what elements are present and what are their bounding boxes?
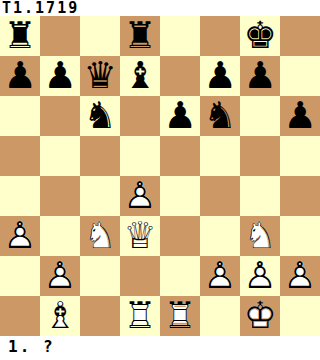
square-c6[interactable]: ♞: [80, 96, 120, 136]
piece-white-knight: ♞♘: [240, 216, 280, 256]
square-e1[interactable]: ♜♖: [160, 296, 200, 336]
square-g4[interactable]: [240, 176, 280, 216]
square-d5[interactable]: [120, 136, 160, 176]
square-b4[interactable]: [40, 176, 80, 216]
black-piece-glyph: ♜: [120, 16, 160, 56]
square-a4[interactable]: [0, 176, 40, 216]
black-piece-glyph: ♟: [160, 96, 200, 136]
black-piece-glyph: ♟: [280, 96, 320, 136]
square-c3[interactable]: ♞♘: [80, 216, 120, 256]
square-d8[interactable]: ♜: [120, 16, 160, 56]
square-b2[interactable]: ♟♙: [40, 256, 80, 296]
square-e5[interactable]: [160, 136, 200, 176]
square-f7[interactable]: ♟: [200, 56, 240, 96]
piece-white-pawn: ♟♙: [40, 256, 80, 296]
white-piece-outline: ♙: [0, 216, 40, 256]
move-prompt-label: 1. ?: [0, 336, 320, 358]
black-piece-glyph: ♟: [200, 56, 240, 96]
piece-white-rook: ♜♖: [120, 296, 160, 336]
piece-black-pawn: ♟: [40, 56, 80, 96]
square-f2[interactable]: ♟♙: [200, 256, 240, 296]
piece-white-queen: ♛♕: [120, 216, 160, 256]
piece-black-pawn: ♟: [160, 96, 200, 136]
white-piece-outline: ♙: [280, 256, 320, 296]
square-e8[interactable]: [160, 16, 200, 56]
square-c8[interactable]: [80, 16, 120, 56]
square-b1[interactable]: ♝♗: [40, 296, 80, 336]
square-g8[interactable]: ♚: [240, 16, 280, 56]
square-h4[interactable]: [280, 176, 320, 216]
square-h7[interactable]: [280, 56, 320, 96]
black-piece-glyph: ♞: [80, 96, 120, 136]
square-f8[interactable]: [200, 16, 240, 56]
white-piece-outline: ♖: [160, 296, 200, 336]
square-g7[interactable]: ♟: [240, 56, 280, 96]
square-g2[interactable]: ♟♙: [240, 256, 280, 296]
piece-black-knight: ♞: [80, 96, 120, 136]
square-a7[interactable]: ♟: [0, 56, 40, 96]
square-b5[interactable]: [40, 136, 80, 176]
square-h8[interactable]: [280, 16, 320, 56]
white-piece-outline: ♙: [200, 256, 240, 296]
square-c2[interactable]: [80, 256, 120, 296]
square-a1[interactable]: [0, 296, 40, 336]
black-piece-glyph: ♟: [40, 56, 80, 96]
square-d3[interactable]: ♛♕: [120, 216, 160, 256]
piece-black-pawn: ♟: [200, 56, 240, 96]
white-piece-outline: ♙: [240, 256, 280, 296]
square-c5[interactable]: [80, 136, 120, 176]
piece-black-knight: ♞: [200, 96, 240, 136]
square-a3[interactable]: ♟♙: [0, 216, 40, 256]
square-g6[interactable]: [240, 96, 280, 136]
square-c1[interactable]: [80, 296, 120, 336]
square-e6[interactable]: ♟: [160, 96, 200, 136]
square-d2[interactable]: [120, 256, 160, 296]
square-h5[interactable]: [280, 136, 320, 176]
black-piece-glyph: ♟: [240, 56, 280, 96]
black-piece-glyph: ♛: [80, 56, 120, 96]
piece-white-king: ♚♔: [240, 296, 280, 336]
black-piece-glyph: ♚: [240, 16, 280, 56]
piece-white-pawn: ♟♙: [120, 176, 160, 216]
square-e7[interactable]: [160, 56, 200, 96]
square-g5[interactable]: [240, 136, 280, 176]
square-c4[interactable]: [80, 176, 120, 216]
square-f5[interactable]: [200, 136, 240, 176]
square-a2[interactable]: [0, 256, 40, 296]
square-d4[interactable]: ♟♙: [120, 176, 160, 216]
square-b7[interactable]: ♟: [40, 56, 80, 96]
white-piece-outline: ♕: [120, 216, 160, 256]
piece-white-pawn: ♟♙: [240, 256, 280, 296]
white-piece-outline: ♘: [80, 216, 120, 256]
square-e4[interactable]: [160, 176, 200, 216]
black-piece-glyph: ♝: [120, 56, 160, 96]
square-h6[interactable]: ♟: [280, 96, 320, 136]
piece-black-rook: ♜: [0, 16, 40, 56]
piece-black-king: ♚: [240, 16, 280, 56]
piece-white-pawn: ♟♙: [280, 256, 320, 296]
square-a6[interactable]: [0, 96, 40, 136]
square-e3[interactable]: [160, 216, 200, 256]
square-h2[interactable]: ♟♙: [280, 256, 320, 296]
footer-bar: 1. ?: [0, 336, 320, 360]
piece-black-queen: ♛: [80, 56, 120, 96]
square-a8[interactable]: ♜: [0, 16, 40, 56]
square-h1[interactable]: [280, 296, 320, 336]
piece-white-bishop: ♝♗: [40, 296, 80, 336]
square-f4[interactable]: [200, 176, 240, 216]
piece-white-rook: ♜♖: [160, 296, 200, 336]
white-piece-outline: ♙: [120, 176, 160, 216]
square-b8[interactable]: [40, 16, 80, 56]
piece-white-pawn: ♟♙: [200, 256, 240, 296]
piece-black-pawn: ♟: [240, 56, 280, 96]
black-piece-glyph: ♟: [0, 56, 40, 96]
square-b6[interactable]: [40, 96, 80, 136]
piece-black-pawn: ♟: [0, 56, 40, 96]
square-c7[interactable]: ♛: [80, 56, 120, 96]
square-d7[interactable]: ♝: [120, 56, 160, 96]
square-h3[interactable]: [280, 216, 320, 256]
square-g3[interactable]: ♞♘: [240, 216, 280, 256]
white-piece-outline: ♘: [240, 216, 280, 256]
square-d1[interactable]: ♜♖: [120, 296, 160, 336]
piece-white-knight: ♞♘: [80, 216, 120, 256]
square-f1[interactable]: [200, 296, 240, 336]
square-d6[interactable]: [120, 96, 160, 136]
piece-black-pawn: ♟: [280, 96, 320, 136]
white-piece-outline: ♗: [40, 296, 80, 336]
piece-black-rook: ♜: [120, 16, 160, 56]
black-piece-glyph: ♜: [0, 16, 40, 56]
square-f3[interactable]: [200, 216, 240, 256]
white-piece-outline: ♙: [40, 256, 80, 296]
piece-white-pawn: ♟♙: [0, 216, 40, 256]
white-piece-outline: ♔: [240, 296, 280, 336]
white-piece-outline: ♖: [120, 296, 160, 336]
square-g1[interactable]: ♚♔: [240, 296, 280, 336]
black-piece-glyph: ♞: [200, 96, 240, 136]
square-b3[interactable]: [40, 216, 80, 256]
chess-board: ♜♜♚♟♟♛♝♟♟♞♟♞♟♟♙♟♙♞♘♛♕♞♘♟♙♟♙♟♙♟♙♝♗♜♖♜♖♚♔: [0, 16, 320, 336]
square-f6[interactable]: ♞: [200, 96, 240, 136]
piece-black-bishop: ♝: [120, 56, 160, 96]
square-a5[interactable]: [0, 136, 40, 176]
square-e2[interactable]: [160, 256, 200, 296]
